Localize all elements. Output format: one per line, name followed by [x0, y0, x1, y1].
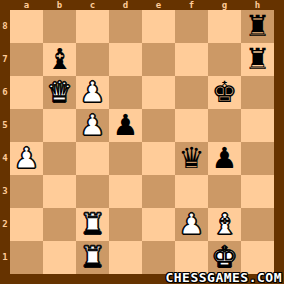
file-label-a: a — [10, 0, 43, 10]
square-b8[interactable] — [43, 10, 76, 43]
square-h2[interactable] — [241, 208, 274, 241]
square-e3[interactable] — [142, 175, 175, 208]
chess-board: ♜♝♜♛♟♚♟♟♟♛♟♜♟♝♜♚ — [10, 10, 274, 274]
square-g5[interactable] — [208, 109, 241, 142]
square-c5[interactable]: ♟ — [76, 109, 109, 142]
file-label-d: d — [109, 0, 142, 10]
square-f5[interactable] — [175, 109, 208, 142]
file-label-f: f — [175, 0, 208, 10]
square-f2[interactable]: ♟ — [175, 208, 208, 241]
square-e7[interactable] — [142, 43, 175, 76]
square-d7[interactable] — [109, 43, 142, 76]
square-g8[interactable] — [208, 10, 241, 43]
rank-label-6: 6 — [0, 76, 10, 109]
square-h7[interactable]: ♜ — [241, 43, 274, 76]
black-pawn-d5: ♟ — [109, 109, 142, 142]
square-a3[interactable] — [10, 175, 43, 208]
square-b7[interactable]: ♝ — [43, 43, 76, 76]
square-d5[interactable]: ♟ — [109, 109, 142, 142]
square-h5[interactable] — [241, 109, 274, 142]
black-rook-h7: ♜ — [241, 43, 274, 76]
square-h4[interactable] — [241, 142, 274, 175]
square-a4[interactable]: ♟ — [10, 142, 43, 175]
black-pawn-g4: ♟ — [208, 142, 241, 175]
rank-label-4: 4 — [0, 142, 10, 175]
black-rook-h8: ♜ — [241, 10, 274, 43]
square-f8[interactable] — [175, 10, 208, 43]
square-a7[interactable] — [10, 43, 43, 76]
file-label-c: c — [76, 0, 109, 10]
square-c7[interactable] — [76, 43, 109, 76]
rank-label-7: 7 — [0, 43, 10, 76]
square-f3[interactable] — [175, 175, 208, 208]
square-e4[interactable] — [142, 142, 175, 175]
square-c4[interactable] — [76, 142, 109, 175]
white-queen-b6: ♛ — [43, 76, 76, 109]
white-pawn-a4: ♟ — [10, 142, 43, 175]
square-e2[interactable] — [142, 208, 175, 241]
square-a8[interactable] — [10, 10, 43, 43]
square-g6[interactable]: ♚ — [208, 76, 241, 109]
square-b1[interactable] — [43, 241, 76, 274]
square-e5[interactable] — [142, 109, 175, 142]
square-b2[interactable] — [43, 208, 76, 241]
square-c6[interactable]: ♟ — [76, 76, 109, 109]
rank-label-3: 3 — [0, 175, 10, 208]
chess-diagram: abcdefgh 87654321 ♜♝♜♛♟♚♟♟♟♛♟♜♟♝♜♚ CHESS… — [0, 0, 284, 284]
square-b6[interactable]: ♛ — [43, 76, 76, 109]
square-a1[interactable] — [10, 241, 43, 274]
black-king-g6: ♚ — [208, 76, 241, 109]
white-rook-c2: ♜ — [76, 208, 109, 241]
file-label-e: e — [142, 0, 175, 10]
square-f7[interactable] — [175, 43, 208, 76]
square-g3[interactable] — [208, 175, 241, 208]
square-g2[interactable]: ♝ — [208, 208, 241, 241]
rank-label-8: 8 — [0, 10, 10, 43]
square-c1[interactable]: ♜ — [76, 241, 109, 274]
white-pawn-c5: ♟ — [76, 109, 109, 142]
white-bishop-g2: ♝ — [208, 208, 241, 241]
file-label-b: b — [43, 0, 76, 10]
square-b5[interactable] — [43, 109, 76, 142]
square-e8[interactable] — [142, 10, 175, 43]
white-pawn-f2: ♟ — [175, 208, 208, 241]
square-a5[interactable] — [10, 109, 43, 142]
square-b3[interactable] — [43, 175, 76, 208]
square-c3[interactable] — [76, 175, 109, 208]
square-d1[interactable] — [109, 241, 142, 274]
file-labels: abcdefgh — [10, 0, 274, 10]
black-bishop-b7: ♝ — [43, 43, 76, 76]
rank-labels: 87654321 — [0, 10, 10, 274]
square-c2[interactable]: ♜ — [76, 208, 109, 241]
square-f6[interactable] — [175, 76, 208, 109]
rank-label-1: 1 — [0, 241, 10, 274]
square-d8[interactable] — [109, 10, 142, 43]
file-label-g: g — [208, 0, 241, 10]
square-g7[interactable] — [208, 43, 241, 76]
square-h8[interactable]: ♜ — [241, 10, 274, 43]
square-g4[interactable]: ♟ — [208, 142, 241, 175]
square-a6[interactable] — [10, 76, 43, 109]
white-pawn-c6: ♟ — [76, 76, 109, 109]
white-rook-c1: ♜ — [76, 241, 109, 274]
rank-label-2: 2 — [0, 208, 10, 241]
square-d3[interactable] — [109, 175, 142, 208]
square-c8[interactable] — [76, 10, 109, 43]
chessgames-watermark: CHESSGAMES.COM — [165, 272, 282, 284]
square-d2[interactable] — [109, 208, 142, 241]
square-a2[interactable] — [10, 208, 43, 241]
square-d4[interactable] — [109, 142, 142, 175]
black-queen-f4: ♛ — [175, 142, 208, 175]
square-h3[interactable] — [241, 175, 274, 208]
square-e6[interactable] — [142, 76, 175, 109]
square-h6[interactable] — [241, 76, 274, 109]
square-d6[interactable] — [109, 76, 142, 109]
square-b4[interactable] — [43, 142, 76, 175]
square-f4[interactable]: ♛ — [175, 142, 208, 175]
rank-label-5: 5 — [0, 109, 10, 142]
